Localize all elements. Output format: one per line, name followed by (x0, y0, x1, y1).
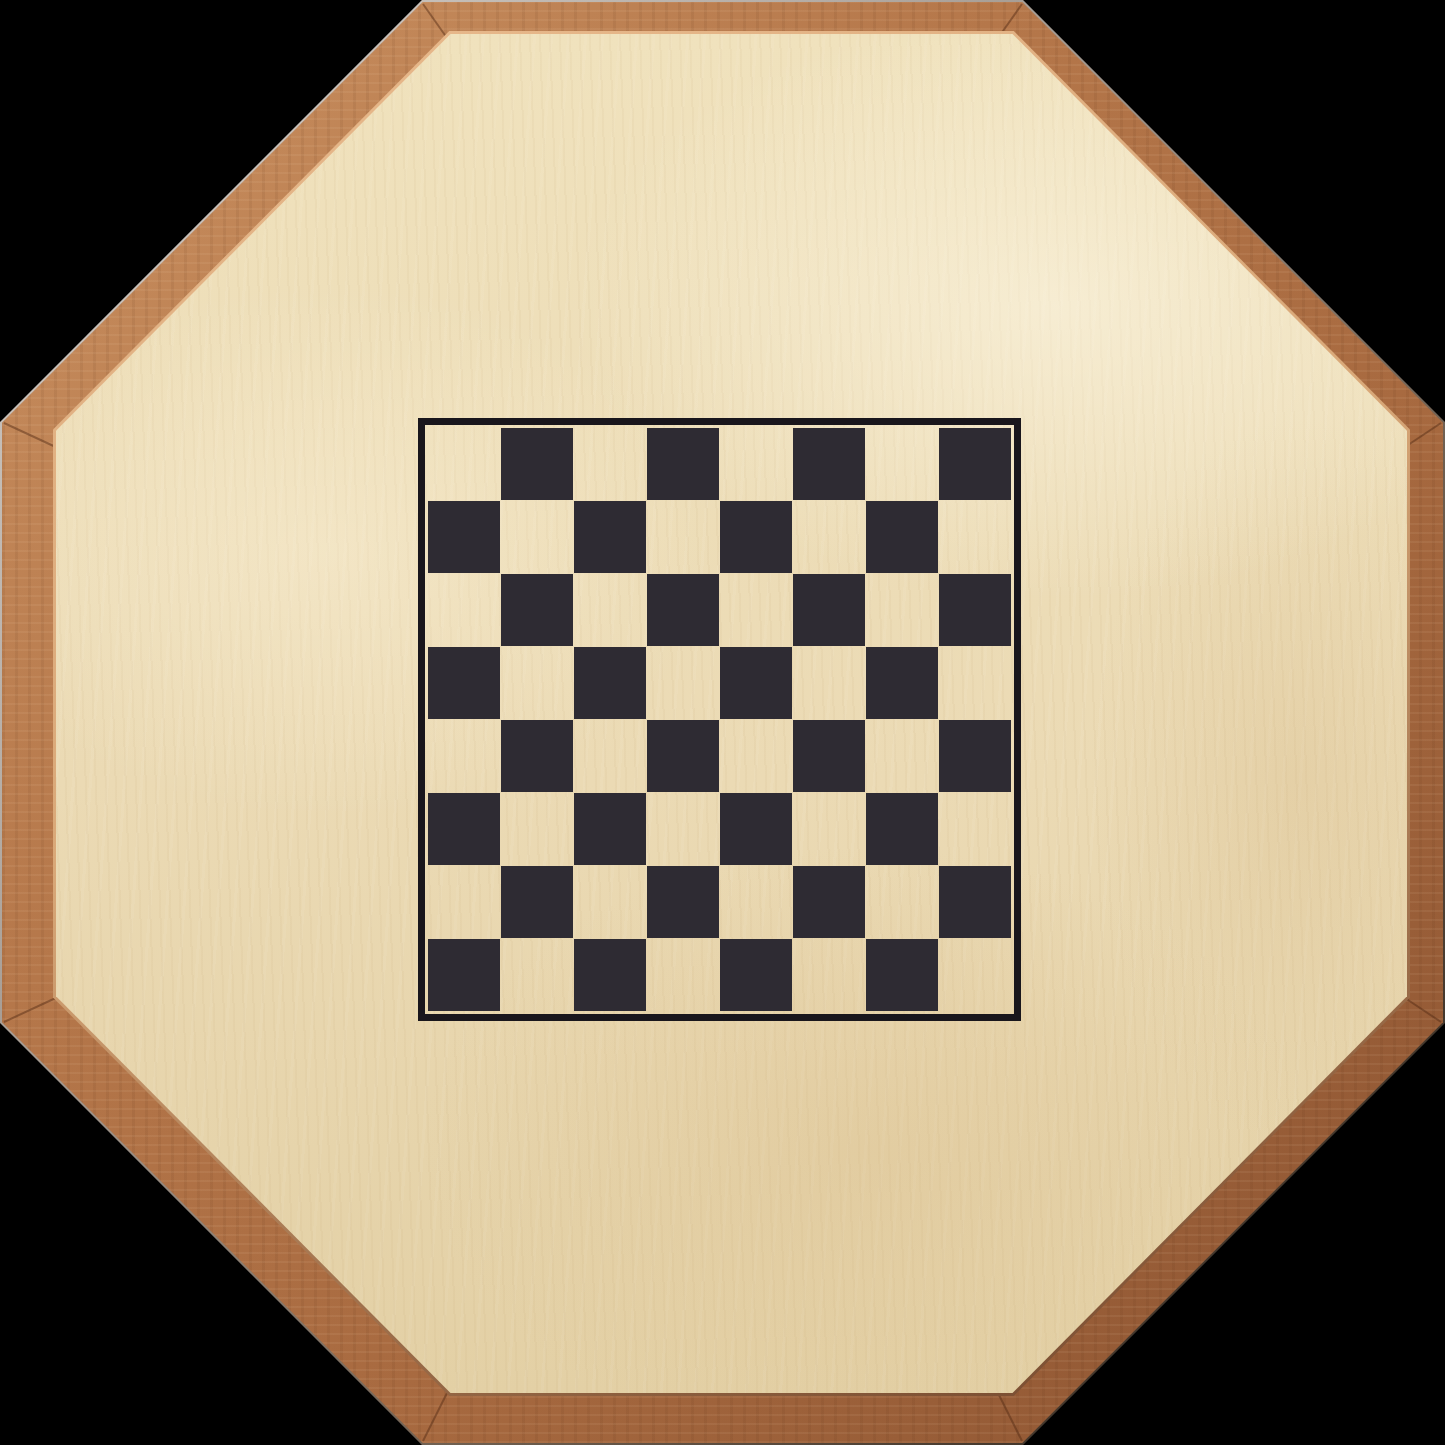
square-e5 (720, 647, 792, 719)
square-a6 (428, 574, 500, 646)
checkerboard (418, 418, 1021, 1021)
square-a8 (428, 428, 500, 500)
square-e4 (720, 720, 792, 792)
square-g6 (866, 574, 938, 646)
square-c7 (574, 501, 646, 573)
square-f2 (793, 866, 865, 938)
square-e6 (720, 574, 792, 646)
square-b2 (501, 866, 573, 938)
square-e7 (720, 501, 792, 573)
square-c8 (574, 428, 646, 500)
square-h6 (939, 574, 1011, 646)
square-h7 (939, 501, 1011, 573)
square-g1 (866, 939, 938, 1011)
screenshot-stage (0, 0, 1445, 1445)
square-a5 (428, 647, 500, 719)
square-b8 (501, 428, 573, 500)
square-b3 (501, 793, 573, 865)
square-e3 (720, 793, 792, 865)
square-d7 (647, 501, 719, 573)
square-e1 (720, 939, 792, 1011)
square-h3 (939, 793, 1011, 865)
square-d8 (647, 428, 719, 500)
square-d3 (647, 793, 719, 865)
square-g2 (866, 866, 938, 938)
square-c4 (574, 720, 646, 792)
square-c1 (574, 939, 646, 1011)
square-a1 (428, 939, 500, 1011)
square-d2 (647, 866, 719, 938)
square-f8 (793, 428, 865, 500)
square-a4 (428, 720, 500, 792)
board-grid (428, 428, 1011, 1011)
square-e8 (720, 428, 792, 500)
square-c5 (574, 647, 646, 719)
square-f1 (793, 939, 865, 1011)
square-b1 (501, 939, 573, 1011)
square-c6 (574, 574, 646, 646)
square-e2 (720, 866, 792, 938)
square-b7 (501, 501, 573, 573)
square-g5 (866, 647, 938, 719)
square-a2 (428, 866, 500, 938)
square-h2 (939, 866, 1011, 938)
square-b6 (501, 574, 573, 646)
square-f3 (793, 793, 865, 865)
square-d4 (647, 720, 719, 792)
square-h8 (939, 428, 1011, 500)
square-g7 (866, 501, 938, 573)
square-g3 (866, 793, 938, 865)
square-g8 (866, 428, 938, 500)
square-f6 (793, 574, 865, 646)
square-d5 (647, 647, 719, 719)
square-a3 (428, 793, 500, 865)
square-a7 (428, 501, 500, 573)
square-c3 (574, 793, 646, 865)
square-c2 (574, 866, 646, 938)
square-f7 (793, 501, 865, 573)
square-b4 (501, 720, 573, 792)
square-h1 (939, 939, 1011, 1011)
square-g4 (866, 720, 938, 792)
square-h4 (939, 720, 1011, 792)
square-d1 (647, 939, 719, 1011)
square-f5 (793, 647, 865, 719)
square-d6 (647, 574, 719, 646)
square-h5 (939, 647, 1011, 719)
square-f4 (793, 720, 865, 792)
square-b5 (501, 647, 573, 719)
